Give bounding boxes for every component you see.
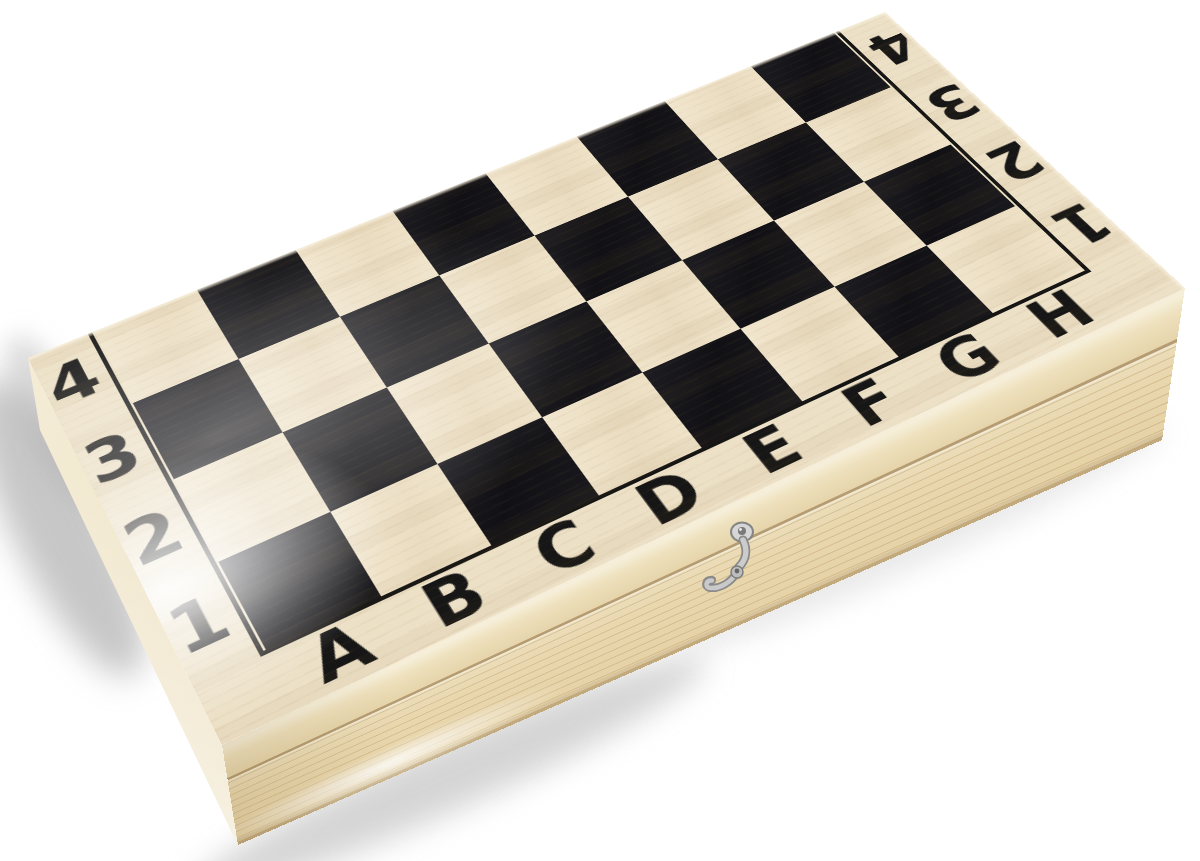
photo-scene: 44332211ABCDEFGH (0, 0, 1200, 861)
